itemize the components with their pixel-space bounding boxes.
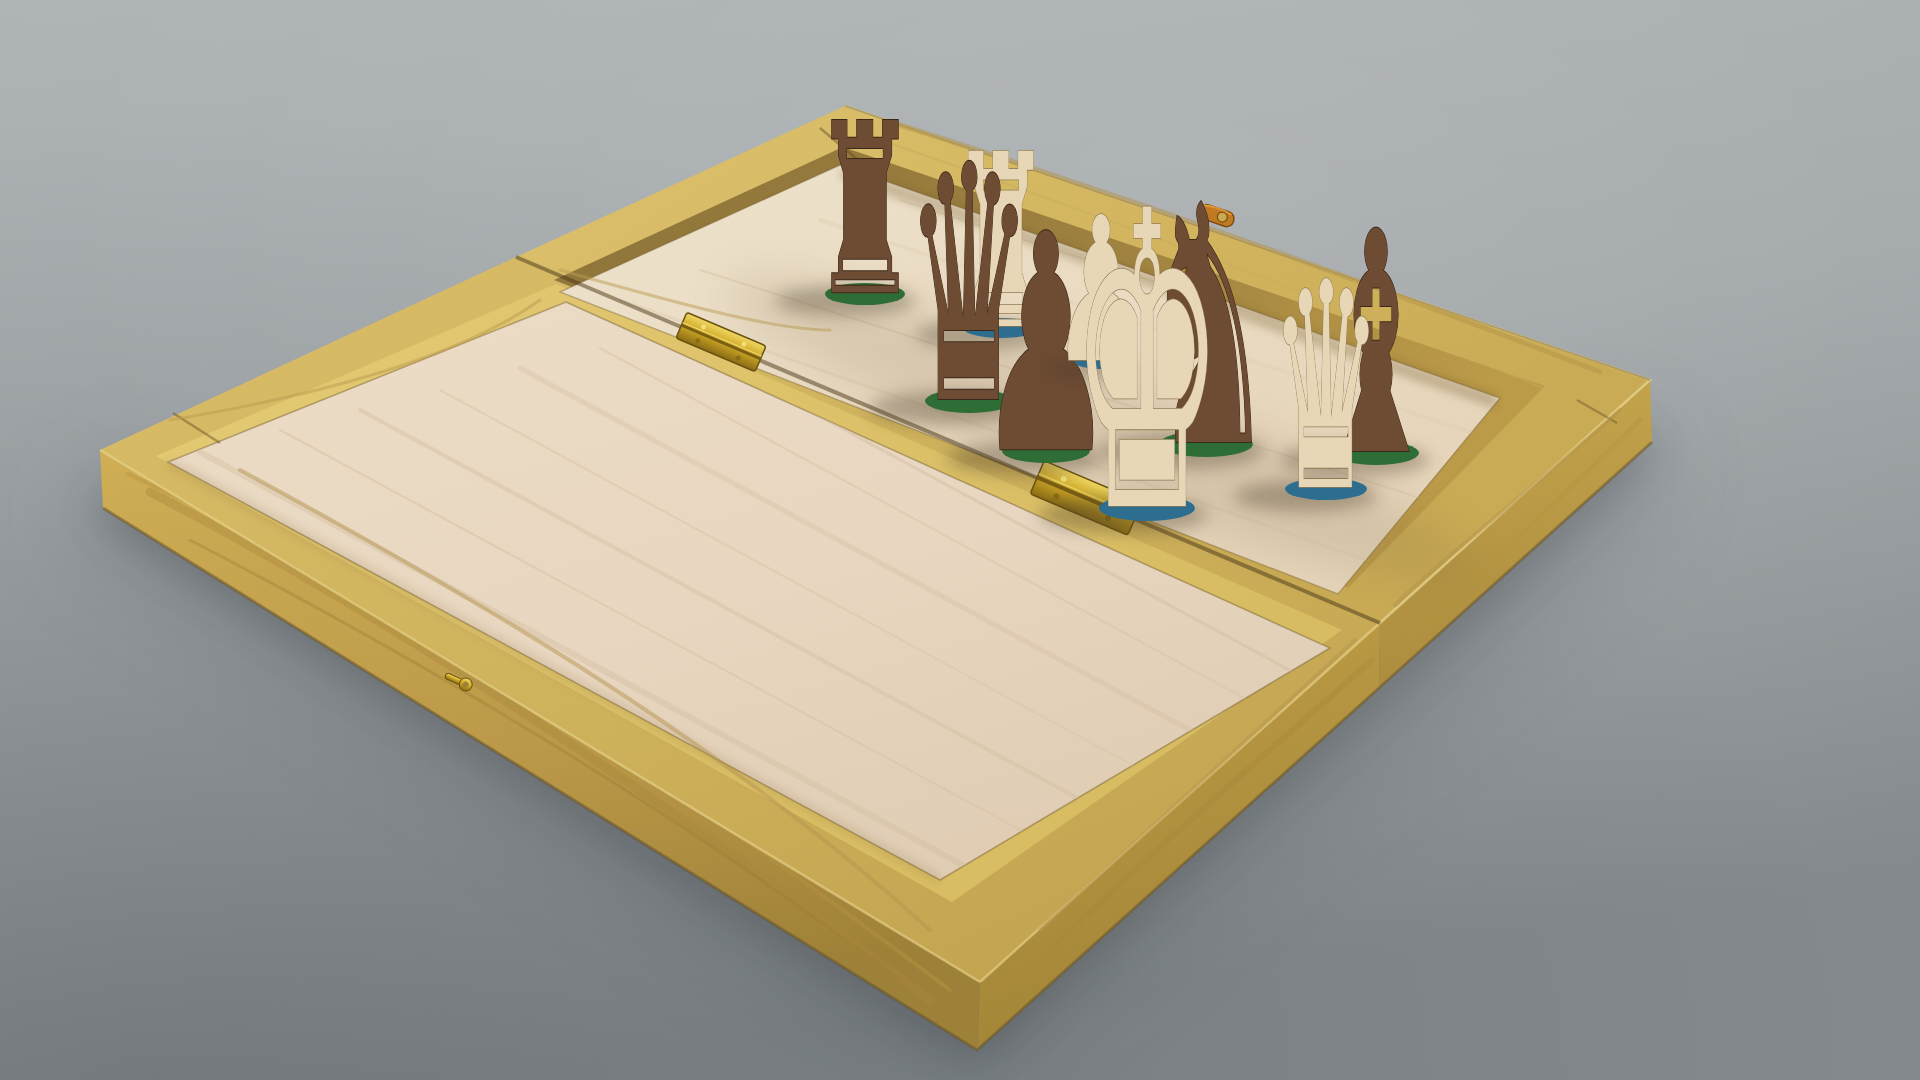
white-king-glyph: ♚	[1070, 125, 1224, 602]
dark-rook-glyph: ♜	[812, 73, 918, 347]
render-stage: ♜♜♛♟♟♞♚♝♛	[0, 0, 1920, 1080]
white-queen-glyph: ♛	[1270, 222, 1383, 555]
scene-render: ♜♜♛♟♟♞♚♝♛	[0, 0, 1920, 1080]
